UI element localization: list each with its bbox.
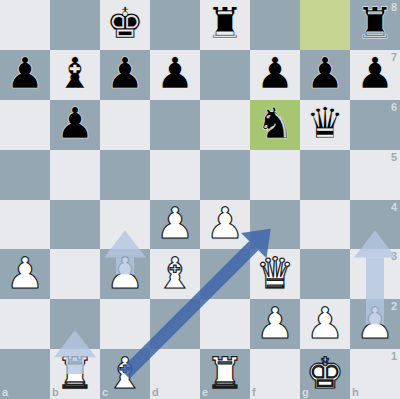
- white-king[interactable]: ♚: [306, 352, 345, 395]
- square-f4[interactable]: [250, 200, 300, 250]
- square-d2[interactable]: [150, 299, 200, 349]
- square-e2[interactable]: [200, 299, 250, 349]
- square-a7[interactable]: ♟: [0, 50, 50, 100]
- white-pawn[interactable]: ♟: [6, 252, 45, 295]
- square-c4[interactable]: [100, 200, 150, 250]
- square-d5[interactable]: [150, 150, 200, 200]
- square-a8[interactable]: [0, 0, 50, 50]
- black-pawn[interactable]: ♟: [306, 52, 345, 95]
- square-g7[interactable]: ♟: [300, 50, 350, 100]
- board-squares: ♚♜♜8♟♝♟♟♟♟♟7♟♞♛65♟♟4♟♟♝♛3♟♟♟2a♜b♝cd♜ef♚g…: [0, 0, 400, 399]
- square-h3[interactable]: 3: [350, 249, 400, 299]
- square-h5[interactable]: 5: [350, 150, 400, 200]
- black-pawn[interactable]: ♟: [256, 52, 295, 95]
- rank-label-6: 6: [391, 101, 397, 113]
- white-bishop[interactable]: ♝: [106, 352, 145, 395]
- square-f6[interactable]: ♞: [250, 100, 300, 150]
- white-bishop[interactable]: ♝: [156, 252, 195, 295]
- square-b2[interactable]: [50, 299, 100, 349]
- black-pawn[interactable]: ♟: [156, 52, 195, 95]
- black-bishop[interactable]: ♝: [56, 52, 95, 95]
- square-h2[interactable]: ♟2: [350, 299, 400, 349]
- square-h1[interactable]: h1: [350, 349, 400, 399]
- square-d7[interactable]: ♟: [150, 50, 200, 100]
- square-d1[interactable]: d: [150, 349, 200, 399]
- white-queen[interactable]: ♛: [256, 252, 295, 295]
- white-pawn[interactable]: ♟: [206, 202, 245, 245]
- black-pawn[interactable]: ♟: [356, 52, 395, 95]
- square-g6[interactable]: ♛: [300, 100, 350, 150]
- square-e4[interactable]: ♟: [200, 200, 250, 250]
- square-c1[interactable]: ♝c: [100, 349, 150, 399]
- square-f2[interactable]: ♟: [250, 299, 300, 349]
- square-e7[interactable]: [200, 50, 250, 100]
- square-b7[interactable]: ♝: [50, 50, 100, 100]
- file-label-d: d: [152, 386, 159, 398]
- square-b8[interactable]: [50, 0, 100, 50]
- square-a5[interactable]: [0, 150, 50, 200]
- file-label-a: a: [2, 386, 8, 398]
- black-rook[interactable]: ♜: [206, 2, 245, 45]
- square-g5[interactable]: [300, 150, 350, 200]
- square-c8[interactable]: ♚: [100, 0, 150, 50]
- square-b1[interactable]: ♜b: [50, 349, 100, 399]
- square-g1[interactable]: ♚g: [300, 349, 350, 399]
- square-a6[interactable]: [0, 100, 50, 150]
- white-pawn[interactable]: ♟: [256, 302, 295, 345]
- black-pawn[interactable]: ♟: [106, 52, 145, 95]
- square-g2[interactable]: ♟: [300, 299, 350, 349]
- square-a2[interactable]: [0, 299, 50, 349]
- square-b5[interactable]: [50, 150, 100, 200]
- square-e6[interactable]: [200, 100, 250, 150]
- square-b3[interactable]: [50, 249, 100, 299]
- square-e8[interactable]: ♜: [200, 0, 250, 50]
- square-e1[interactable]: ♜e: [200, 349, 250, 399]
- file-label-f: f: [252, 386, 256, 398]
- black-pawn[interactable]: ♟: [6, 52, 45, 95]
- square-c2[interactable]: [100, 299, 150, 349]
- square-f3[interactable]: ♛: [250, 249, 300, 299]
- rank-label-4: 4: [391, 201, 397, 213]
- square-c3[interactable]: ♟: [100, 249, 150, 299]
- white-rook[interactable]: ♜: [56, 352, 95, 395]
- square-d8[interactable]: [150, 0, 200, 50]
- square-g4[interactable]: [300, 200, 350, 250]
- square-a4[interactable]: [0, 200, 50, 250]
- white-pawn[interactable]: ♟: [356, 302, 395, 345]
- black-rook[interactable]: ♜: [356, 2, 395, 45]
- square-b4[interactable]: [50, 200, 100, 250]
- white-pawn[interactable]: ♟: [156, 202, 195, 245]
- chess-board: ♚♜♜8♟♝♟♟♟♟♟7♟♞♛65♟♟4♟♟♝♛3♟♟♟2a♜b♝cd♜ef♚g…: [0, 0, 400, 399]
- square-g8[interactable]: [300, 0, 350, 50]
- square-f1[interactable]: f: [250, 349, 300, 399]
- black-knight[interactable]: ♞: [256, 102, 295, 145]
- square-f8[interactable]: [250, 0, 300, 50]
- square-f7[interactable]: ♟: [250, 50, 300, 100]
- square-e3[interactable]: [200, 249, 250, 299]
- square-c7[interactable]: ♟: [100, 50, 150, 100]
- square-d3[interactable]: ♝: [150, 249, 200, 299]
- black-queen[interactable]: ♛: [306, 102, 345, 145]
- square-h6[interactable]: 6: [350, 100, 400, 150]
- black-king[interactable]: ♚: [106, 2, 145, 45]
- square-d6[interactable]: [150, 100, 200, 150]
- square-b6[interactable]: ♟: [50, 100, 100, 150]
- white-rook[interactable]: ♜: [206, 352, 245, 395]
- rank-label-5: 5: [391, 151, 397, 163]
- square-h4[interactable]: 4: [350, 200, 400, 250]
- file-label-h: h: [352, 386, 359, 398]
- square-g3[interactable]: [300, 249, 350, 299]
- square-a1[interactable]: a: [0, 349, 50, 399]
- square-c6[interactable]: [100, 100, 150, 150]
- black-pawn[interactable]: ♟: [56, 102, 95, 145]
- rank-label-1: 1: [391, 350, 397, 362]
- white-pawn[interactable]: ♟: [306, 302, 345, 345]
- square-a3[interactable]: ♟: [0, 249, 50, 299]
- square-e5[interactable]: [200, 150, 250, 200]
- white-pawn[interactable]: ♟: [106, 252, 145, 295]
- square-h8[interactable]: ♜8: [350, 0, 400, 50]
- rank-label-3: 3: [391, 250, 397, 262]
- square-h7[interactable]: ♟7: [350, 50, 400, 100]
- square-c5[interactable]: [100, 150, 150, 200]
- square-d4[interactable]: ♟: [150, 200, 200, 250]
- square-f5[interactable]: [250, 150, 300, 200]
